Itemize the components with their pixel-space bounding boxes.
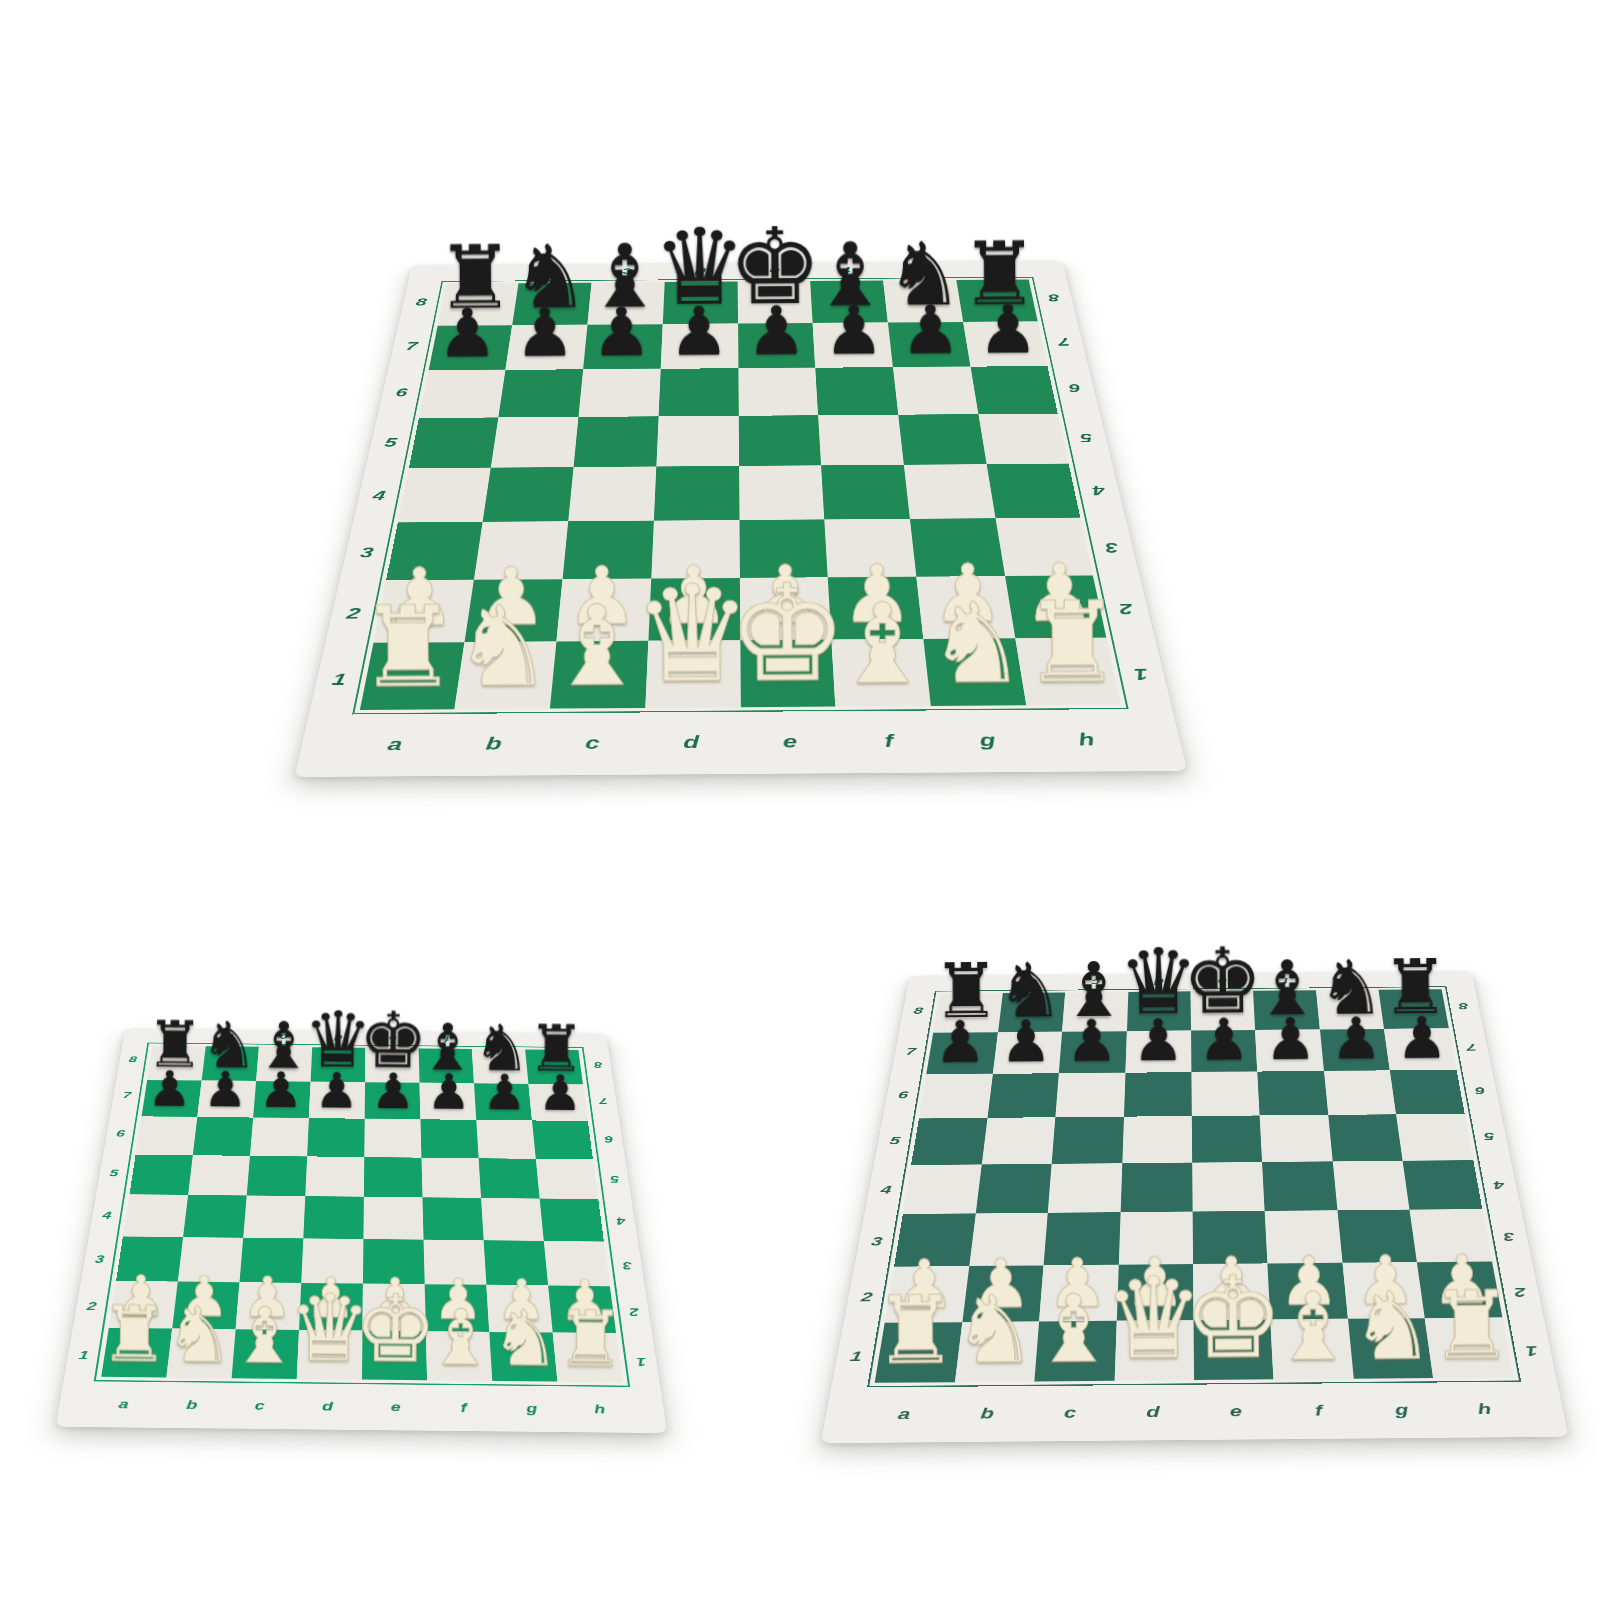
square-e8: ♚ — [365, 1048, 420, 1083]
square-h1: ♜ — [553, 1332, 623, 1382]
square-e2: ♟ — [1193, 1264, 1271, 1321]
rank-coordinates-right-label-mirrored: 5 — [600, 1158, 629, 1199]
square-b6 — [987, 1073, 1059, 1117]
file-coordinates-bottom-label: e — [361, 1387, 430, 1427]
square-b4 — [976, 1164, 1052, 1214]
square-g5 — [479, 1158, 540, 1199]
square-f8: ♝ — [1253, 990, 1319, 1030]
file-coordinates-bottom-label: g — [496, 1389, 567, 1429]
square-c1: ♝ — [1035, 1321, 1117, 1381]
square-b7: ♟ — [993, 1032, 1062, 1074]
square-g3 — [910, 518, 1005, 576]
square-a3 — [116, 1237, 183, 1282]
square-f7: ♟ — [420, 1083, 477, 1120]
square-e8: ♚ — [737, 281, 812, 323]
square-e3 — [363, 1239, 425, 1284]
square-c4 — [568, 467, 656, 522]
square-c3 — [1044, 1212, 1121, 1265]
square-e4 — [363, 1197, 423, 1240]
file-coordinates-bottom-label: g — [1358, 1386, 1447, 1435]
square-f4 — [1262, 1161, 1337, 1211]
square-h3 — [995, 518, 1093, 576]
square-f4 — [423, 1198, 484, 1241]
playing-area-border: ♜♞♝♛♚♝♞♜♟♟♟♟♟♟♟♟♟♟♟♟♟♟♟♟♜♞♝♛♚♝♞♜ — [93, 1042, 630, 1387]
square-c7: ♟ — [1059, 1031, 1127, 1073]
file-coordinates-top-label-mirrored: d — [1127, 974, 1191, 989]
square-g8: ♞ — [472, 1049, 529, 1084]
square-f3 — [424, 1240, 487, 1285]
square-f2: ♟ — [1268, 1263, 1348, 1320]
square-h6 — [1390, 1070, 1464, 1114]
file-coordinates-bottom-label: h — [1032, 713, 1141, 768]
file-coordinates-bottom-label: a — [859, 1390, 949, 1439]
square-h1: ♜ — [1015, 638, 1121, 705]
piece-black-rook: ♜ — [932, 954, 1000, 1030]
square-a4 — [903, 1164, 981, 1214]
square-b8: ♞ — [998, 993, 1065, 1033]
square-d6 — [307, 1118, 365, 1157]
file-coordinates-top-label-mirrored: c — [589, 264, 664, 280]
piece-black-knight: ♞ — [200, 1014, 258, 1079]
file-coordinates-bottom-label: c — [1027, 1389, 1113, 1438]
square-g3 — [484, 1240, 549, 1285]
square-a8: ♜ — [933, 993, 1002, 1033]
square-b5 — [491, 417, 579, 468]
square-e6 — [738, 368, 818, 416]
piece-black-rook: ♜ — [1381, 950, 1449, 1026]
file-coordinates-bottom-label: d — [1111, 1388, 1195, 1437]
square-a3 — [894, 1214, 975, 1267]
square-g5 — [1328, 1114, 1403, 1161]
square-f5 — [818, 414, 904, 465]
file-coordinates-bottom-label: f — [838, 714, 942, 769]
piece-white-knight: ♞ — [1350, 1280, 1435, 1374]
square-f4 — [821, 465, 910, 520]
file-coordinates-top-label-mirrored: f — [1254, 973, 1319, 988]
square-g7: ♟ — [474, 1084, 532, 1121]
square-d7: ♟ — [661, 324, 738, 369]
file-coordinates-bottom-label: b — [440, 717, 546, 772]
square-d6 — [1124, 1072, 1192, 1116]
square-d6 — [658, 368, 738, 416]
square-f3 — [824, 519, 916, 577]
vinyl-mat: abcdefghabcdefgh8765432187654321♜♞♝♛♚♝♞♜… — [294, 261, 1187, 778]
square-b8: ♞ — [512, 283, 591, 325]
square-d1: ♛ — [645, 640, 740, 708]
square-h4 — [540, 1199, 604, 1242]
square-h4 — [1403, 1160, 1482, 1210]
square-b8: ♞ — [201, 1046, 258, 1081]
rank-coordinates-right-label-mirrored: 8 — [585, 1047, 611, 1083]
square-c2: ♟ — [235, 1282, 301, 1329]
vinyl-mat: abcdefghabcdefgh8765432187654321♜♞♝♛♚♝♞♜… — [821, 971, 1569, 1443]
file-coordinates-bottom: abcdefgh — [87, 1384, 637, 1429]
square-d3 — [651, 520, 739, 578]
square-b2: ♟ — [962, 1266, 1044, 1323]
square-g1: ♞ — [489, 1332, 557, 1382]
chess-grid: ♜♞♝♛♚♝♞♜♟♟♟♟♟♟♟♟♟♟♟♟♟♟♟♟♜♞♝♛♚♝♞♜ — [101, 1045, 623, 1382]
square-g5 — [898, 414, 986, 465]
file-coordinates-top-label-mirrored: c — [256, 1031, 311, 1044]
board-perspective: abcdefghabcdefgh8765432187654321♜♞♝♛♚♝♞♜… — [290, 99, 1188, 777]
square-d3 — [301, 1238, 363, 1283]
piece-black-bishop: ♝ — [1253, 951, 1321, 1027]
square-c7: ♟ — [253, 1081, 311, 1118]
square-h7: ♟ — [1384, 1028, 1456, 1070]
square-e4 — [739, 466, 825, 521]
file-coordinates-bottom-label: h — [564, 1389, 637, 1429]
square-b6 — [499, 369, 584, 417]
square-f6 — [815, 367, 898, 415]
square-b2: ♟ — [172, 1282, 239, 1329]
file-coordinates-bottom-label: a — [340, 718, 449, 773]
square-f7: ♟ — [1255, 1030, 1323, 1072]
square-f8: ♝ — [810, 281, 888, 323]
file-coordinates-top-label-mirrored: g — [884, 262, 960, 278]
square-h2: ♟ — [1005, 576, 1107, 639]
square-e5 — [1192, 1115, 1263, 1162]
piece-black-knight: ♞ — [472, 1017, 530, 1082]
square-h8: ♜ — [956, 280, 1038, 322]
square-d1: ♛ — [1114, 1320, 1194, 1380]
square-g6 — [1324, 1070, 1396, 1114]
file-coordinates-bottom-label: a — [87, 1384, 161, 1424]
square-h5 — [1396, 1114, 1473, 1161]
square-e1: ♚ — [362, 1330, 427, 1380]
square-b6 — [193, 1117, 253, 1156]
file-coordinates-top-label-mirrored: a — [935, 976, 1001, 991]
square-d5 — [656, 416, 739, 467]
square-b4 — [183, 1195, 247, 1238]
piece-black-knight: ♞ — [1317, 950, 1385, 1026]
square-g2: ♟ — [916, 576, 1015, 639]
square-d8: ♛ — [663, 282, 738, 324]
square-a8: ♜ — [147, 1045, 206, 1080]
file-coordinates-top-label-mirrored: b — [202, 1030, 258, 1043]
square-f6 — [421, 1119, 479, 1158]
rank-coordinates-right-label-mirrored: 4 — [606, 1199, 636, 1242]
square-a4 — [123, 1195, 188, 1238]
square-a7: ♟ — [428, 325, 512, 370]
square-e6 — [1191, 1072, 1260, 1116]
square-h4 — [986, 464, 1080, 519]
piece-black-rook: ♜ — [146, 1013, 204, 1078]
square-g7: ♟ — [1320, 1029, 1390, 1071]
file-coordinates-bottom-label: f — [1276, 1387, 1363, 1436]
square-b7: ♟ — [506, 325, 588, 370]
square-a4 — [398, 468, 492, 523]
file-coordinates-top-label-mirrored: c — [1063, 975, 1127, 990]
file-coordinates-top-label-mirrored: h — [1380, 972, 1446, 987]
square-a1: ♜ — [101, 1328, 172, 1378]
square-e5 — [364, 1157, 423, 1198]
square-f6 — [1258, 1071, 1328, 1115]
square-a6 — [919, 1074, 993, 1118]
file-coordinates-bottom-label: h — [1440, 1385, 1531, 1434]
square-b1: ♞ — [166, 1328, 235, 1378]
square-e7: ♟ — [1191, 1030, 1258, 1072]
square-a2: ♟ — [108, 1281, 177, 1328]
square-b4 — [483, 467, 574, 522]
square-c1: ♝ — [231, 1329, 299, 1379]
square-e1: ♚ — [1194, 1320, 1274, 1380]
square-c8: ♝ — [256, 1047, 312, 1082]
square-a1: ♜ — [875, 1322, 962, 1383]
square-a7: ♟ — [927, 1032, 998, 1074]
square-e4 — [1192, 1162, 1265, 1212]
square-a5 — [408, 417, 498, 468]
chess-grid: ♜♞♝♛♚♝♞♜♟♟♟♟♟♟♟♟♟♟♟♟♟♟♟♟♜♞♝♛♚♝♞♜ — [875, 989, 1513, 1382]
file-coordinates-bottom-label: e — [1194, 1387, 1278, 1436]
square-d7: ♟ — [309, 1082, 365, 1119]
chess-board-medium: abcdefghabcdefgh8765432187654321♜♞♝♛♚♝♞♜… — [815, 839, 1568, 1444]
square-c8: ♝ — [588, 282, 665, 324]
chess-board-large: abcdefghabcdefgh8765432187654321♜♞♝♛♚♝♞♜… — [290, 99, 1188, 777]
square-a1: ♜ — [360, 642, 465, 710]
square-g3 — [1337, 1210, 1417, 1263]
square-h5 — [536, 1159, 599, 1200]
square-g6 — [476, 1120, 536, 1159]
file-coordinates-bottom-label: c — [224, 1386, 295, 1426]
square-c5 — [574, 416, 659, 467]
file-coordinates-top-label-mirrored: e — [1191, 974, 1255, 989]
square-b3 — [969, 1213, 1048, 1266]
square-f1: ♝ — [832, 639, 931, 707]
square-g7: ♟ — [888, 322, 970, 367]
file-coordinates-top-label-mirrored: e — [365, 1032, 420, 1045]
square-a7: ♟ — [141, 1080, 201, 1117]
file-coordinates-bottom: abcdefgh — [340, 713, 1142, 773]
square-c6 — [579, 369, 661, 417]
file-coordinates-top-label-mirrored: f — [811, 263, 886, 279]
file-coordinates-top-label-mirrored: g — [1317, 973, 1382, 988]
square-h1: ♜ — [1425, 1317, 1513, 1377]
square-c2: ♟ — [1039, 1265, 1118, 1322]
playing-area-border: ♜♞♝♛♚♝♞♜♟♟♟♟♟♟♟♟♟♟♟♟♟♟♟♟♜♞♝♛♚♝♞♜ — [867, 986, 1520, 1387]
rank-coordinates-right-label-mirrored: 6 — [595, 1119, 623, 1158]
square-e7: ♟ — [365, 1082, 421, 1119]
square-g4 — [481, 1198, 544, 1241]
square-d1: ♛ — [297, 1330, 363, 1380]
square-a8: ♜ — [437, 283, 518, 325]
file-coordinates-bottom-label: g — [935, 713, 1041, 768]
square-h6 — [970, 366, 1058, 414]
square-a3 — [386, 522, 483, 581]
square-e2: ♟ — [739, 577, 831, 640]
playing-area-border: ♜♞♝♛♚♝♞♜♟♟♟♟♟♟♟♟♟♟♟♟♟♟♟♟♜♞♝♛♚♝♞♜ — [352, 277, 1129, 714]
square-g8: ♞ — [1316, 990, 1384, 1030]
square-c3 — [239, 1238, 303, 1283]
file-coordinates-top-label-mirrored: b — [515, 265, 591, 281]
product-photo-scene: abcdefghabcdefgh8765432187654321♜♞♝♛♚♝♞♜… — [0, 0, 1600, 1600]
board-perspective: abcdefghabcdefgh8765432187654321♜♞♝♛♚♝♞♜… — [815, 839, 1568, 1444]
square-f8: ♝ — [419, 1048, 474, 1083]
square-b1: ♞ — [955, 1322, 1040, 1383]
square-f2: ♟ — [425, 1284, 490, 1332]
file-coordinates-top-label-mirrored: f — [420, 1032, 475, 1045]
square-a6 — [419, 370, 506, 418]
square-h2: ♟ — [1417, 1262, 1502, 1319]
board-perspective: abcdefghabcdefgh8765432187654321♜♞♝♛♚♝♞♜… — [55, 935, 672, 1433]
chess-grid: ♜♞♝♛♚♝♞♜♟♟♟♟♟♟♟♟♟♟♟♟♟♟♟♟♜♞♝♛♚♝♞♜ — [360, 280, 1122, 710]
square-g1: ♞ — [923, 638, 1026, 705]
square-e7: ♟ — [738, 323, 816, 368]
file-coordinates-bottom-label: f — [429, 1388, 499, 1428]
square-e5 — [738, 415, 821, 466]
square-h5 — [978, 413, 1069, 464]
rank-coordinates-right-label-mirrored: 3 — [612, 1243, 643, 1289]
square-h6 — [532, 1120, 593, 1159]
square-b5 — [982, 1117, 1056, 1164]
chess-board-small: abcdefghabcdefgh8765432187654321♜♞♝♛♚♝♞♜… — [55, 935, 672, 1433]
piece-black-knight: ♞ — [996, 953, 1064, 1029]
square-d5 — [305, 1156, 364, 1197]
square-b1: ♞ — [455, 641, 557, 709]
square-d7: ♟ — [1125, 1031, 1191, 1073]
vinyl-mat: abcdefghabcdefgh8765432187654321♜♞♝♛♚♝♞♜… — [55, 1029, 667, 1434]
file-coordinates-bottom: abcdefgh — [859, 1385, 1531, 1439]
square-h7: ♟ — [963, 322, 1048, 367]
square-a5 — [129, 1154, 192, 1195]
piece-black-bishop: ♝ — [1060, 953, 1128, 1029]
square-a5 — [911, 1118, 987, 1165]
square-a2: ♟ — [373, 580, 474, 643]
square-h3 — [544, 1241, 610, 1286]
square-g8: ♞ — [883, 280, 963, 322]
square-c6 — [1055, 1073, 1125, 1117]
square-g2: ♟ — [487, 1285, 553, 1333]
square-c5 — [1052, 1117, 1124, 1164]
piece-black-bishop: ♝ — [255, 1014, 313, 1079]
square-c8: ♝ — [1062, 992, 1128, 1032]
rank-coordinates-right-label-mirrored: 7 — [590, 1082, 617, 1119]
square-f1: ♝ — [426, 1331, 493, 1381]
file-coordinates-bottom-label: b — [943, 1389, 1031, 1438]
square-d8: ♛ — [1127, 991, 1191, 1031]
square-b7: ♟ — [197, 1081, 256, 1118]
square-d4 — [303, 1196, 364, 1239]
square-d4 — [654, 466, 739, 521]
piece-white-rook: ♜ — [873, 1284, 958, 1378]
file-coordinates-top-label-mirrored: e — [737, 263, 811, 279]
file-coordinates-top-label-mirrored: h — [957, 262, 1034, 278]
square-c3 — [563, 521, 654, 580]
file-coordinates-top-label-mirrored: a — [147, 1029, 203, 1042]
square-d4 — [1120, 1162, 1192, 1212]
square-b3 — [474, 521, 568, 580]
square-d3 — [1118, 1212, 1193, 1265]
file-coordinates-top-label-mirrored: d — [311, 1031, 366, 1044]
square-g6 — [893, 367, 978, 415]
square-c4 — [243, 1196, 305, 1239]
file-coordinates-bottom-label: d — [641, 716, 741, 771]
square-a2: ♟ — [885, 1266, 969, 1323]
square-f2: ♟ — [828, 577, 923, 640]
square-e6 — [364, 1119, 421, 1158]
rank-coordinates-right-label-mirrored: 2 — [618, 1288, 650, 1336]
square-g4 — [1333, 1161, 1410, 1211]
square-h3 — [1410, 1209, 1492, 1262]
square-g1: ♞ — [1348, 1318, 1434, 1378]
file-coordinates-bottom-label: d — [293, 1387, 362, 1427]
square-e8: ♚ — [1191, 991, 1256, 1031]
square-e2: ♟ — [362, 1284, 425, 1331]
square-h2: ♟ — [548, 1285, 616, 1333]
square-c2: ♟ — [557, 579, 652, 642]
square-b3 — [178, 1237, 243, 1282]
square-b5 — [188, 1155, 250, 1196]
square-d8: ♛ — [311, 1047, 366, 1082]
square-g2: ♟ — [1342, 1262, 1425, 1319]
square-d2: ♟ — [299, 1283, 363, 1330]
square-d2: ♟ — [648, 578, 740, 641]
square-h8: ♜ — [1379, 989, 1449, 1029]
file-coordinates-top-label-mirrored: h — [528, 1033, 584, 1046]
file-coordinates-top-label-mirrored: a — [441, 265, 517, 281]
square-c5 — [246, 1156, 307, 1197]
square-e3 — [1193, 1211, 1268, 1264]
square-h7: ♟ — [529, 1084, 588, 1121]
square-c7: ♟ — [583, 324, 662, 369]
square-f1: ♝ — [1271, 1319, 1354, 1379]
file-coordinates-top-label-mirrored: d — [663, 264, 737, 280]
square-f3 — [1265, 1210, 1342, 1263]
square-b2: ♟ — [465, 579, 563, 642]
piece-black-bishop: ♝ — [418, 1016, 476, 1081]
square-e3 — [739, 520, 828, 578]
file-coordinates-bottom-label: c — [540, 716, 643, 771]
piece-black-rook: ♜ — [527, 1017, 585, 1082]
square-f5 — [1260, 1115, 1333, 1162]
file-coordinates-bottom-label: e — [740, 715, 841, 770]
square-a6 — [135, 1116, 197, 1155]
square-d5 — [1122, 1116, 1192, 1163]
square-d2: ♟ — [1116, 1264, 1193, 1321]
square-f7: ♟ — [813, 323, 893, 368]
piece-white-rook: ♜ — [556, 1301, 626, 1378]
square-c6 — [250, 1118, 309, 1157]
square-g4 — [904, 464, 995, 519]
square-c4 — [1048, 1163, 1122, 1213]
square-f5 — [422, 1157, 482, 1198]
file-coordinates-bottom-label: b — [155, 1385, 227, 1425]
file-coordinates-top-label-mirrored: g — [474, 1033, 529, 1046]
file-coordinates-top-label-mirrored: b — [999, 975, 1064, 990]
square-c1: ♝ — [550, 641, 648, 709]
square-h8: ♜ — [525, 1049, 583, 1084]
square-e1: ♚ — [740, 639, 836, 707]
